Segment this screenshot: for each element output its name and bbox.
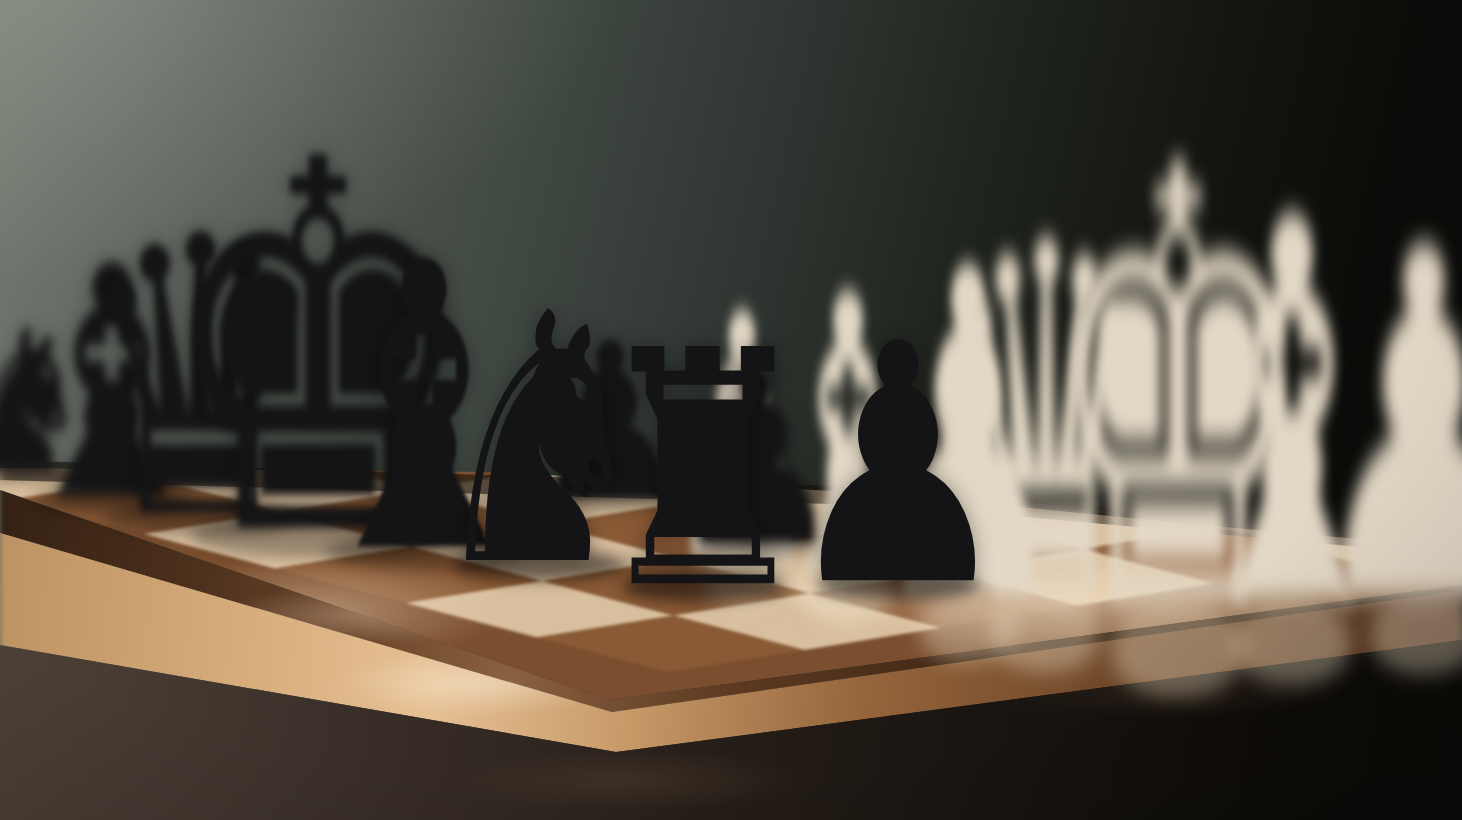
chess-photo-scene: ♟♝♟♛♚♝♟♞♝♛♚♝♟♞♟♜♟ xyxy=(0,0,1462,820)
pieces-layer: ♟♝♟♛♚♝♟♞♝♛♚♝♟♞♟♜♟ xyxy=(0,0,1462,820)
white-piece-blurred-7: ♟ xyxy=(1304,187,1462,672)
black-pawn-h7: ♟ xyxy=(783,301,1014,631)
